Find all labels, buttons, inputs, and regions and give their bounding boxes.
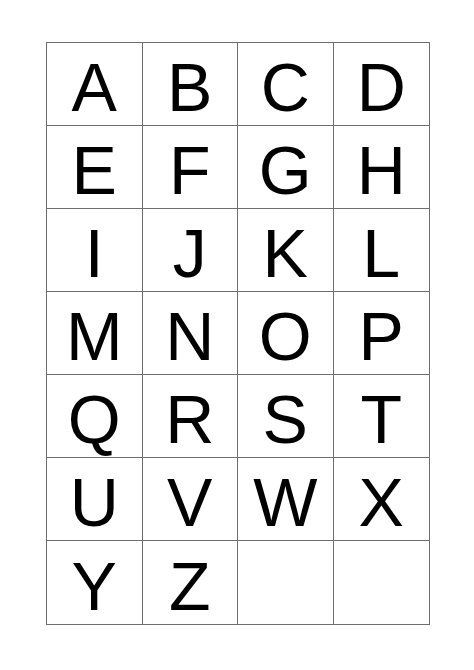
letter-Y: Y — [72, 552, 117, 620]
letter-W: W — [253, 468, 317, 536]
cell-L: L — [334, 209, 430, 292]
letter-K: K — [263, 219, 308, 287]
cell-N: N — [143, 292, 239, 375]
cell-empty — [334, 541, 430, 624]
letter-M: M — [66, 302, 123, 370]
letter-G: G — [259, 136, 312, 204]
letter-N: N — [165, 302, 214, 370]
cell-M: M — [47, 292, 143, 375]
cell-K: K — [238, 209, 334, 292]
letter-V: V — [167, 468, 212, 536]
cell-X: X — [334, 458, 430, 541]
cell-C: C — [238, 43, 334, 126]
letter-S: S — [263, 385, 308, 453]
letter-Q: Q — [68, 385, 121, 453]
cell-empty — [238, 541, 334, 624]
cell-F: F — [143, 126, 239, 209]
cell-Z: Z — [143, 541, 239, 624]
cell-O: O — [238, 292, 334, 375]
cell-Q: Q — [47, 375, 143, 458]
letter-B: B — [167, 53, 212, 121]
letter-X: X — [359, 468, 404, 536]
letter-D: D — [357, 53, 406, 121]
cell-Y: Y — [47, 541, 143, 624]
cell-T: T — [334, 375, 430, 458]
cell-B: B — [143, 43, 239, 126]
cell-J: J — [143, 209, 239, 292]
cell-D: D — [334, 43, 430, 126]
cell-E: E — [47, 126, 143, 209]
cell-R: R — [143, 375, 239, 458]
letter-L: L — [362, 219, 400, 287]
letter-F: F — [169, 136, 211, 204]
letter-I: I — [85, 219, 104, 287]
letter-H: H — [357, 136, 406, 204]
letter-Z: Z — [169, 552, 211, 620]
cell-I: I — [47, 209, 143, 292]
cell-A: A — [47, 43, 143, 126]
letter-O: O — [259, 302, 312, 370]
alphabet-grid: ABCDEFGHIJKLMNOPQRSTUVWXYZ — [46, 42, 430, 625]
cell-P: P — [334, 292, 430, 375]
cell-G: G — [238, 126, 334, 209]
letter-E: E — [72, 136, 117, 204]
letter-T: T — [360, 385, 402, 453]
letter-A: A — [72, 53, 117, 121]
letter-U: U — [70, 468, 119, 536]
letter-R: R — [165, 385, 214, 453]
letter-P: P — [359, 302, 404, 370]
worksheet-page: ABCDEFGHIJKLMNOPQRSTUVWXYZ — [0, 0, 474, 670]
cell-S: S — [238, 375, 334, 458]
cell-W: W — [238, 458, 334, 541]
cell-U: U — [47, 458, 143, 541]
cell-V: V — [143, 458, 239, 541]
letter-J: J — [173, 219, 207, 287]
letter-C: C — [261, 53, 310, 121]
cell-H: H — [334, 126, 430, 209]
